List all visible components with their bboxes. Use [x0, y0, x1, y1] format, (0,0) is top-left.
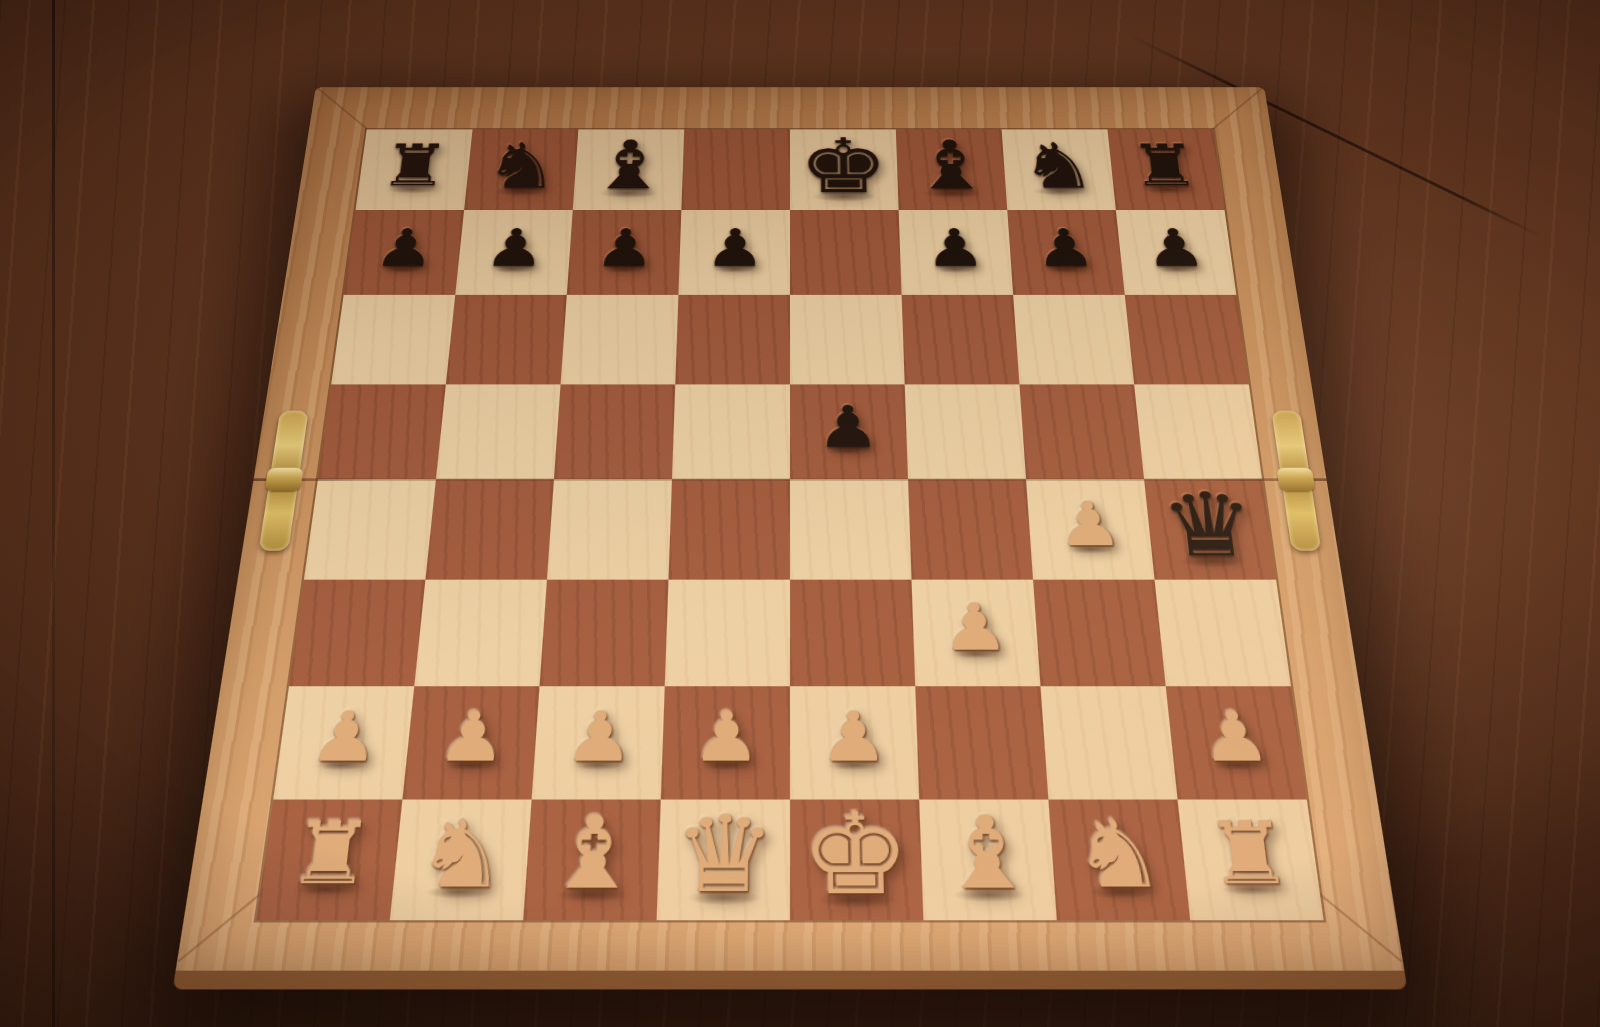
square-a1[interactable]: ♜ [256, 800, 402, 921]
black-pawn-c7[interactable]: ♟ [593, 222, 656, 274]
square-d7[interactable]: ♟ [678, 210, 790, 295]
square-c7[interactable]: ♟ [567, 210, 682, 295]
white-rook-h1[interactable]: ♜ [1202, 811, 1297, 897]
square-f6[interactable] [902, 295, 1020, 385]
square-d8[interactable] [681, 129, 790, 209]
square-c3[interactable] [540, 580, 669, 687]
black-pawn-f7[interactable]: ♟ [924, 222, 987, 274]
square-g8[interactable]: ♞ [1002, 129, 1116, 209]
square-g5[interactable] [1019, 384, 1144, 479]
square-d1[interactable]: ♛ [657, 800, 790, 921]
square-e3[interactable] [790, 580, 915, 687]
white-queen-d1[interactable]: ♛ [671, 801, 777, 907]
white-knight-b1[interactable]: ♞ [412, 807, 512, 901]
frame-miter-joint [1315, 890, 1403, 962]
square-h7[interactable]: ♟ [1116, 210, 1236, 295]
square-b3[interactable] [414, 580, 547, 687]
square-a3[interactable] [289, 580, 425, 687]
frame-miter-joint [317, 88, 372, 133]
square-d5[interactable] [672, 384, 790, 479]
chess-board: ♜♞♝♚♝♞♜♟♟♟♟♟♟♟♟♟♛♟♟♟♟♟♟♟♜♞♝♛♚♝♞♜ [256, 129, 1323, 920]
square-f2[interactable] [915, 686, 1048, 799]
left-hinge [259, 411, 309, 551]
square-h4[interactable]: ♛ [1144, 479, 1276, 579]
square-h3[interactable] [1155, 580, 1291, 687]
square-d6[interactable] [675, 295, 790, 385]
square-e1[interactable]: ♚ [790, 800, 923, 921]
square-c4[interactable] [547, 479, 672, 579]
square-h2[interactable]: ♟ [1166, 686, 1307, 799]
square-g6[interactable] [1013, 295, 1134, 385]
white-pawn-c2[interactable]: ♟ [563, 703, 636, 772]
white-king-e1[interactable]: ♚ [800, 798, 912, 911]
white-knight-g1[interactable]: ♞ [1068, 807, 1168, 901]
square-e2[interactable]: ♟ [790, 686, 919, 799]
black-pawn-e5[interactable]: ♟ [816, 398, 880, 456]
black-pawn-b7[interactable]: ♟ [483, 222, 548, 274]
square-e5[interactable]: ♟ [790, 384, 908, 479]
square-d4[interactable] [668, 479, 790, 579]
fold-seam [253, 478, 1326, 481]
white-pawn-e2[interactable]: ♟ [819, 703, 890, 772]
square-c2[interactable]: ♟ [532, 686, 665, 799]
board-frame: ♜♞♝♚♝♞♜♟♟♟♟♟♟♟♟♟♛♟♟♟♟♟♟♟♜♞♝♛♚♝♞♜ [173, 87, 1408, 989]
square-c8[interactable]: ♝ [573, 129, 684, 209]
frame-miter-joint [1208, 88, 1263, 133]
white-rook-a1[interactable]: ♜ [283, 811, 378, 897]
white-bishop-c1[interactable]: ♝ [541, 804, 645, 905]
square-g3[interactable] [1033, 580, 1166, 687]
black-pawn-d7[interactable]: ♟ [704, 222, 765, 274]
square-a7[interactable]: ♟ [344, 210, 464, 295]
square-e8[interactable]: ♚ [790, 129, 899, 209]
square-c6[interactable] [561, 295, 679, 385]
table-plank-seam-left [52, 0, 55, 1027]
square-a2[interactable]: ♟ [273, 686, 414, 799]
square-h5[interactable] [1134, 384, 1262, 479]
black-pawn-a7[interactable]: ♟ [372, 222, 438, 274]
black-rook-a8[interactable]: ♜ [377, 137, 453, 195]
square-d2[interactable]: ♟ [661, 686, 790, 799]
square-e6[interactable] [790, 295, 905, 385]
square-h8[interactable]: ♜ [1107, 129, 1224, 209]
black-knight-b8[interactable]: ♞ [482, 134, 563, 197]
square-h1[interactable]: ♜ [1178, 800, 1324, 921]
square-g2[interactable] [1040, 686, 1177, 799]
square-e4[interactable] [790, 479, 912, 579]
square-d3[interactable] [665, 580, 790, 687]
square-h6[interactable] [1125, 295, 1249, 385]
white-pawn-d2[interactable]: ♟ [691, 703, 762, 772]
white-bishop-f1[interactable]: ♝ [936, 804, 1040, 905]
square-c1[interactable]: ♝ [523, 800, 661, 921]
board-perspective-wrapper: ♜♞♝♚♝♞♜♟♟♟♟♟♟♟♟♟♛♟♟♟♟♟♟♟♜♞♝♛♚♝♞♜ [173, 87, 1408, 989]
square-f3[interactable]: ♟ [912, 580, 1041, 687]
black-knight-g8[interactable]: ♞ [1018, 134, 1099, 197]
square-b6[interactable] [446, 295, 567, 385]
square-a8[interactable]: ♜ [356, 129, 473, 209]
white-pawn-f3[interactable]: ♟ [940, 595, 1011, 660]
square-b4[interactable] [425, 479, 554, 579]
square-a6[interactable] [331, 295, 455, 385]
black-queen-h4[interactable]: ♛ [1157, 481, 1262, 569]
square-c5[interactable] [554, 384, 675, 479]
square-f4[interactable] [908, 479, 1033, 579]
square-f8[interactable]: ♝ [896, 129, 1007, 209]
square-f1[interactable]: ♝ [919, 800, 1057, 921]
square-g4[interactable]: ♟ [1026, 479, 1155, 579]
square-a5[interactable] [318, 384, 446, 479]
black-pawn-h7[interactable]: ♟ [1142, 222, 1208, 274]
white-pawn-h2[interactable]: ♟ [1196, 703, 1274, 772]
square-f7[interactable]: ♟ [899, 210, 1014, 295]
black-rook-h8[interactable]: ♜ [1127, 137, 1203, 195]
square-b8[interactable]: ♞ [464, 129, 578, 209]
scene: { "game": "chess", "scene": { "descripti… [0, 0, 1600, 1027]
square-g1[interactable]: ♞ [1048, 800, 1190, 921]
black-king-e8[interactable]: ♚ [798, 128, 889, 203]
white-pawn-b2[interactable]: ♟ [434, 703, 509, 772]
square-b7[interactable]: ♟ [455, 210, 573, 295]
square-b1[interactable]: ♞ [390, 800, 532, 921]
right-hinge [1271, 411, 1321, 551]
square-g7[interactable]: ♟ [1007, 210, 1125, 295]
square-b5[interactable] [436, 384, 561, 479]
frame-miter-joint [177, 890, 265, 962]
white-pawn-a2[interactable]: ♟ [306, 703, 384, 772]
square-f5[interactable] [905, 384, 1026, 479]
square-b2[interactable]: ♟ [402, 686, 539, 799]
black-bishop-f8[interactable]: ♝ [909, 132, 993, 199]
black-pawn-g7[interactable]: ♟ [1033, 222, 1098, 274]
square-a4[interactable] [304, 479, 436, 579]
square-e7[interactable] [790, 210, 902, 295]
white-pawn-g4[interactable]: ♟ [1054, 494, 1125, 555]
black-bishop-c8[interactable]: ♝ [587, 132, 671, 199]
